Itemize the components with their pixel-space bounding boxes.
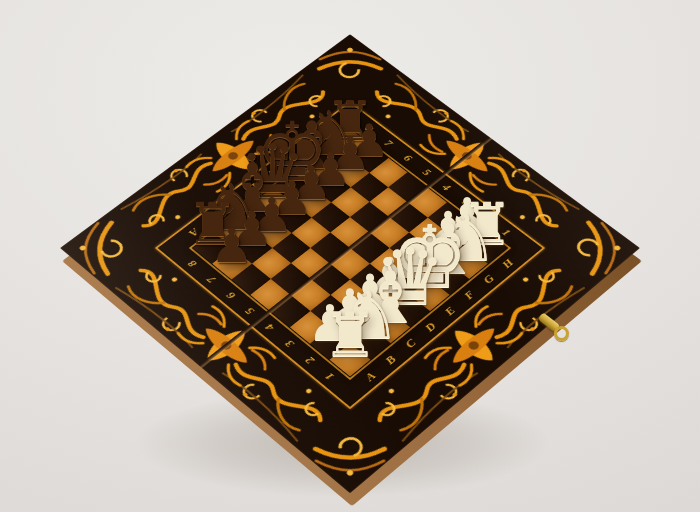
piece-white-r-a1[interactable]: ♜ <box>322 305 377 363</box>
photo-scene: AA11BB22CC33DD44EE55FF66GG77HH88 ♜♞♝♛♚♝♞… <box>0 0 700 512</box>
piece-black-p-a7[interactable]: ♟ <box>210 223 252 268</box>
brass-clasp-icon[interactable] <box>534 312 568 342</box>
